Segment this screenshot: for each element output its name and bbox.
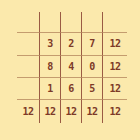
grid-cell-r5-c2: 12 bbox=[40, 100, 61, 123]
grid-cell-r1-c4 bbox=[82, 12, 103, 33]
grid-cell-r3-c1 bbox=[17, 56, 40, 78]
grid-cell-r5-c4: 12 bbox=[82, 100, 103, 123]
grid-cell-r3-c3: 4 bbox=[61, 56, 82, 78]
grid-cell-r2-c3: 2 bbox=[61, 33, 82, 56]
grid-cell-r2-c2: 3 bbox=[40, 33, 61, 56]
grid-cell-r3-c2: 8 bbox=[40, 56, 61, 78]
grid-cell-r5-c5: 12 bbox=[103, 100, 127, 123]
grid-cell-r3-c4: 0 bbox=[82, 56, 103, 78]
grid-cell-r1-c5 bbox=[103, 12, 127, 33]
grid-cell-r2-c5: 12 bbox=[103, 33, 127, 56]
grid-cell-r4-c1 bbox=[17, 78, 40, 100]
grid-cell-r1-c2 bbox=[40, 12, 61, 33]
magic-square-board: 3271284012165121212121212 bbox=[17, 12, 127, 123]
grid-cell-r4-c3: 6 bbox=[61, 78, 82, 100]
grid-cell-r3-c5: 12 bbox=[103, 56, 127, 78]
grid-cell-r2-c4: 7 bbox=[82, 33, 103, 56]
grid-cell-r4-c4: 5 bbox=[82, 78, 103, 100]
grid-cell-r4-c2: 1 bbox=[40, 78, 61, 100]
grid-cell-r2-c1 bbox=[17, 33, 40, 56]
grid-cell-r4-c5: 12 bbox=[103, 78, 127, 100]
grid-cell-r1-c3 bbox=[61, 12, 82, 33]
grid-cell-r1-c1 bbox=[17, 12, 40, 33]
grid-cell-r5-c1: 12 bbox=[17, 100, 40, 123]
grid-cell-r5-c3: 12 bbox=[61, 100, 82, 123]
puzzle-screen: 3271284012165121212121212 bbox=[0, 0, 140, 140]
